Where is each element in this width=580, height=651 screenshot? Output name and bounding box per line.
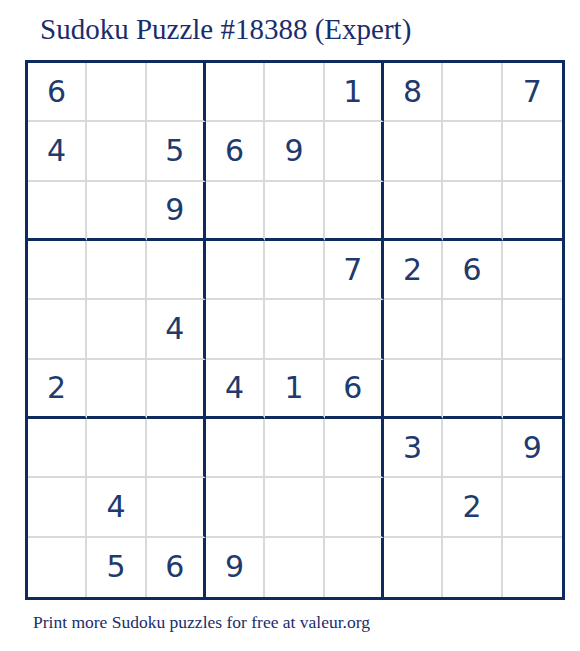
cell-r1c1: 6 xyxy=(28,63,87,122)
cell-r3c7 xyxy=(384,182,443,241)
cell-r3c3: 9 xyxy=(147,182,206,241)
cell-r8c1 xyxy=(28,478,87,537)
sudoku-board: 618745699726424163942569 xyxy=(25,60,565,600)
cell-r7c2 xyxy=(87,419,146,478)
cell-r2c1: 4 xyxy=(28,122,87,181)
cell-r7c4 xyxy=(206,419,265,478)
cell-r5c3: 4 xyxy=(147,300,206,359)
cell-r2c3: 5 xyxy=(147,122,206,181)
cell-r4c3 xyxy=(147,241,206,300)
footer-text: Print more Sudoku puzzles for free at va… xyxy=(33,612,370,633)
cell-r7c3 xyxy=(147,419,206,478)
cell-r5c4 xyxy=(206,300,265,359)
cell-r8c4 xyxy=(206,478,265,537)
cell-r6c3 xyxy=(147,360,206,419)
cell-r5c8 xyxy=(443,300,502,359)
cell-r2c8 xyxy=(443,122,502,181)
cell-r9c1 xyxy=(28,538,87,597)
cell-r9c5 xyxy=(265,538,324,597)
cell-r6c9 xyxy=(503,360,562,419)
cell-r8c8: 2 xyxy=(443,478,502,537)
cell-r4c8: 6 xyxy=(443,241,502,300)
cell-r4c7: 2 xyxy=(384,241,443,300)
sudoku-page: Sudoku Puzzle #18388 (Expert) 6187456997… xyxy=(0,0,580,651)
cell-r5c1 xyxy=(28,300,87,359)
page-title: Sudoku Puzzle #18388 (Expert) xyxy=(40,13,411,46)
cell-r2c6 xyxy=(325,122,384,181)
cell-r4c9 xyxy=(503,241,562,300)
cell-r2c4: 6 xyxy=(206,122,265,181)
cell-r4c6: 7 xyxy=(325,241,384,300)
cell-r5c2 xyxy=(87,300,146,359)
cell-r9c3: 6 xyxy=(147,538,206,597)
cell-r7c8 xyxy=(443,419,502,478)
cell-r9c4: 9 xyxy=(206,538,265,597)
cell-r3c6 xyxy=(325,182,384,241)
cell-r4c4 xyxy=(206,241,265,300)
cell-r1c3 xyxy=(147,63,206,122)
cell-r3c9 xyxy=(503,182,562,241)
cell-r2c7 xyxy=(384,122,443,181)
cell-r2c5: 9 xyxy=(265,122,324,181)
cell-r4c5 xyxy=(265,241,324,300)
cell-r7c1 xyxy=(28,419,87,478)
cell-r3c1 xyxy=(28,182,87,241)
cell-r8c7 xyxy=(384,478,443,537)
cell-r7c7: 3 xyxy=(384,419,443,478)
cell-r6c7 xyxy=(384,360,443,419)
cell-r5c5 xyxy=(265,300,324,359)
cell-r6c4: 4 xyxy=(206,360,265,419)
cell-r7c9: 9 xyxy=(503,419,562,478)
cell-r4c2 xyxy=(87,241,146,300)
cell-r9c2: 5 xyxy=(87,538,146,597)
cell-r9c6 xyxy=(325,538,384,597)
cell-r3c5 xyxy=(265,182,324,241)
cell-r2c2 xyxy=(87,122,146,181)
cell-r8c9 xyxy=(503,478,562,537)
cell-r7c6 xyxy=(325,419,384,478)
cell-r5c6 xyxy=(325,300,384,359)
cell-r9c7 xyxy=(384,538,443,597)
cell-r8c5 xyxy=(265,478,324,537)
cell-r6c1: 2 xyxy=(28,360,87,419)
cell-r9c9 xyxy=(503,538,562,597)
cell-r1c4 xyxy=(206,63,265,122)
cell-r1c8 xyxy=(443,63,502,122)
cell-r8c2: 4 xyxy=(87,478,146,537)
cell-r6c8 xyxy=(443,360,502,419)
cell-r8c6 xyxy=(325,478,384,537)
cell-r6c5: 1 xyxy=(265,360,324,419)
cell-r3c8 xyxy=(443,182,502,241)
cell-r1c2 xyxy=(87,63,146,122)
cell-r1c5 xyxy=(265,63,324,122)
cell-r1c7: 8 xyxy=(384,63,443,122)
cell-r7c5 xyxy=(265,419,324,478)
cell-r9c8 xyxy=(443,538,502,597)
cell-r5c7 xyxy=(384,300,443,359)
cell-r5c9 xyxy=(503,300,562,359)
cell-r3c2 xyxy=(87,182,146,241)
cell-r6c2 xyxy=(87,360,146,419)
cell-r2c9 xyxy=(503,122,562,181)
cell-r4c1 xyxy=(28,241,87,300)
cell-r6c6: 6 xyxy=(325,360,384,419)
cell-r1c9: 7 xyxy=(503,63,562,122)
cell-r3c4 xyxy=(206,182,265,241)
cell-r1c6: 1 xyxy=(325,63,384,122)
cell-r8c3 xyxy=(147,478,206,537)
